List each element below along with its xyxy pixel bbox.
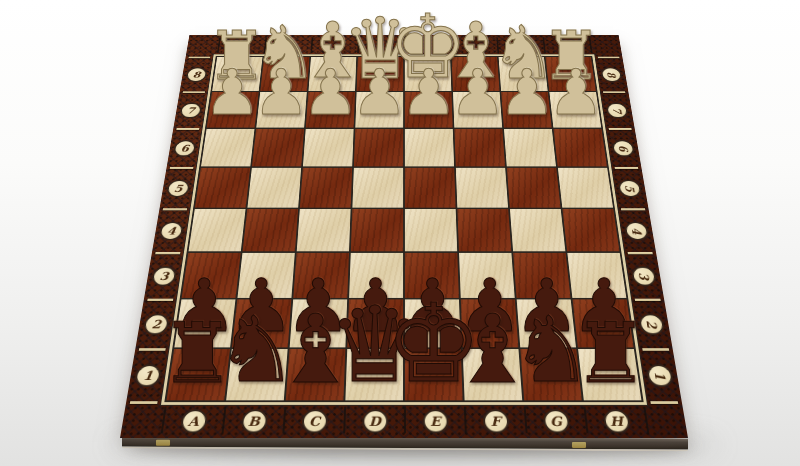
border-inlay-tick	[628, 252, 653, 254]
square-c7[interactable]	[306, 92, 355, 128]
border-file-line	[404, 407, 406, 434]
square-b1[interactable]	[226, 349, 287, 400]
hinge-left	[156, 440, 170, 446]
rank-label-left-3: 3	[151, 266, 178, 286]
square-e2[interactable]	[405, 299, 461, 347]
rank-label-right-8: 8	[600, 67, 623, 82]
border-inlay-tick	[650, 401, 678, 404]
border-file-line	[524, 407, 528, 434]
square-b8[interactable]	[260, 57, 309, 91]
square-b6[interactable]	[252, 129, 304, 167]
board-grid	[164, 56, 643, 402]
file-label-h: H	[602, 409, 631, 433]
square-d8[interactable]	[357, 57, 404, 91]
square-c1[interactable]	[286, 349, 346, 400]
square-g1[interactable]	[520, 349, 581, 400]
rank-label-left-1: 1	[134, 364, 163, 387]
square-a1[interactable]	[167, 349, 230, 400]
border-inlay-tick	[635, 298, 661, 300]
rank-label-left-2: 2	[143, 313, 171, 334]
rank-label-left-6: 6	[173, 140, 197, 157]
square-c4[interactable]	[297, 209, 351, 251]
square-e6[interactable]	[405, 129, 454, 167]
square-h5[interactable]	[558, 168, 613, 208]
border-inlay-tick	[603, 91, 625, 93]
square-d1[interactable]	[345, 349, 403, 400]
square-c5[interactable]	[300, 168, 352, 208]
border-inlay-tick	[163, 208, 187, 210]
square-a2[interactable]	[174, 299, 235, 347]
square-d3[interactable]	[349, 253, 403, 298]
square-d6[interactable]	[354, 129, 403, 167]
square-d7[interactable]	[355, 92, 403, 128]
border-file-line	[589, 37, 593, 53]
border-file-line	[543, 37, 546, 53]
rank-label-right-5: 5	[617, 179, 642, 197]
border-inlay-tick	[176, 128, 199, 130]
border-file-line	[357, 37, 359, 53]
square-h6[interactable]	[553, 129, 606, 167]
square-a5[interactable]	[195, 168, 250, 208]
square-f2[interactable]	[461, 299, 519, 347]
square-g2[interactable]	[517, 299, 576, 347]
hinge-right	[572, 442, 586, 448]
square-a4[interactable]	[189, 209, 246, 251]
border-inlay-tick	[139, 348, 166, 351]
square-c8[interactable]	[308, 57, 356, 91]
square-f5[interactable]	[456, 168, 508, 208]
file-label-a: A	[179, 409, 208, 433]
square-f6[interactable]	[454, 129, 505, 167]
square-b3[interactable]	[237, 253, 294, 298]
photo-scene: 8877665544332211ABCDEFGH ♜♞♝♛♚♝♞♜♟♟♟♟♟♟♟…	[0, 0, 800, 466]
border-file-line	[217, 37, 221, 53]
square-h7[interactable]	[549, 92, 601, 128]
border-file-line	[496, 37, 499, 53]
square-b5[interactable]	[247, 168, 301, 208]
square-a8[interactable]	[212, 57, 262, 91]
border-file-line	[343, 407, 346, 434]
rank-label-right-7: 7	[605, 102, 628, 118]
square-c2[interactable]	[290, 299, 348, 347]
playing-field-frame	[161, 54, 647, 404]
chessboard: 8877665544332211ABCDEFGH	[120, 35, 688, 438]
square-g7[interactable]	[501, 92, 552, 128]
rank-label-right-1: 1	[646, 364, 675, 387]
border-inlay-tick	[615, 167, 639, 169]
square-f1[interactable]	[463, 349, 523, 400]
rank-label-left-4: 4	[159, 221, 185, 240]
border-file-line	[222, 407, 227, 434]
border-file-line	[404, 37, 406, 53]
square-g5[interactable]	[507, 168, 561, 208]
square-h2[interactable]	[573, 299, 634, 347]
square-b4[interactable]	[243, 209, 298, 251]
border-file-line	[584, 407, 589, 434]
border-inlay-tick	[183, 91, 205, 93]
border-inlay-tick	[130, 401, 158, 404]
border-file-line	[464, 407, 467, 434]
square-c6[interactable]	[303, 129, 354, 167]
square-a6[interactable]	[201, 129, 254, 167]
square-g3[interactable]	[513, 253, 570, 298]
border-file-line	[643, 407, 649, 434]
square-d4[interactable]	[351, 209, 403, 251]
square-h4[interactable]	[562, 209, 619, 251]
square-b2[interactable]	[232, 299, 291, 347]
square-f4[interactable]	[457, 209, 511, 251]
rank-label-left-8: 8	[185, 67, 208, 82]
square-e1[interactable]	[405, 349, 463, 400]
file-label-f: F	[482, 409, 509, 433]
border-file-line	[282, 407, 286, 434]
border-inlay-tick	[598, 56, 620, 58]
border-inlay-tick	[609, 128, 632, 130]
square-g4[interactable]	[510, 209, 565, 251]
rank-label-right-4: 4	[624, 221, 650, 240]
border-file-line	[264, 37, 267, 53]
border-inlay-tick	[147, 298, 173, 300]
rank-label-left-7: 7	[179, 102, 202, 118]
square-f3[interactable]	[459, 253, 515, 298]
square-e5[interactable]	[405, 168, 456, 208]
file-label-c: C	[301, 409, 328, 433]
border-file-line	[310, 37, 313, 53]
rank-label-right-6: 6	[611, 140, 635, 157]
border-inlay-tick	[155, 252, 180, 254]
file-label-d: D	[362, 409, 388, 433]
border-file-line	[161, 407, 167, 434]
square-f8[interactable]	[452, 57, 500, 91]
file-label-e: E	[422, 409, 448, 433]
border-inlay-tick	[621, 208, 645, 210]
square-h8[interactable]	[545, 57, 595, 91]
border-inlay-tick	[642, 348, 669, 351]
square-d2[interactable]	[347, 299, 403, 347]
square-b7[interactable]	[256, 92, 307, 128]
file-label-g: G	[542, 409, 570, 433]
square-d5[interactable]	[352, 168, 403, 208]
square-h3[interactable]	[567, 253, 626, 298]
border-inlay-tick	[189, 56, 211, 58]
border-inlay-tick	[170, 167, 194, 169]
file-label-b: B	[240, 409, 268, 433]
square-a3[interactable]	[182, 253, 241, 298]
square-c3[interactable]	[293, 253, 349, 298]
square-a7[interactable]	[207, 92, 259, 128]
square-f7[interactable]	[453, 92, 502, 128]
square-e3[interactable]	[405, 253, 459, 298]
rank-label-right-2: 2	[638, 313, 666, 334]
square-h1[interactable]	[578, 349, 641, 400]
square-g8[interactable]	[499, 57, 548, 91]
square-e8[interactable]	[405, 57, 452, 91]
rank-label-right-3: 3	[631, 266, 658, 286]
square-g6[interactable]	[504, 129, 556, 167]
border-file-line	[450, 37, 452, 53]
rank-label-left-5: 5	[166, 179, 191, 197]
square-e7[interactable]	[405, 92, 453, 128]
square-e4[interactable]	[405, 209, 457, 251]
